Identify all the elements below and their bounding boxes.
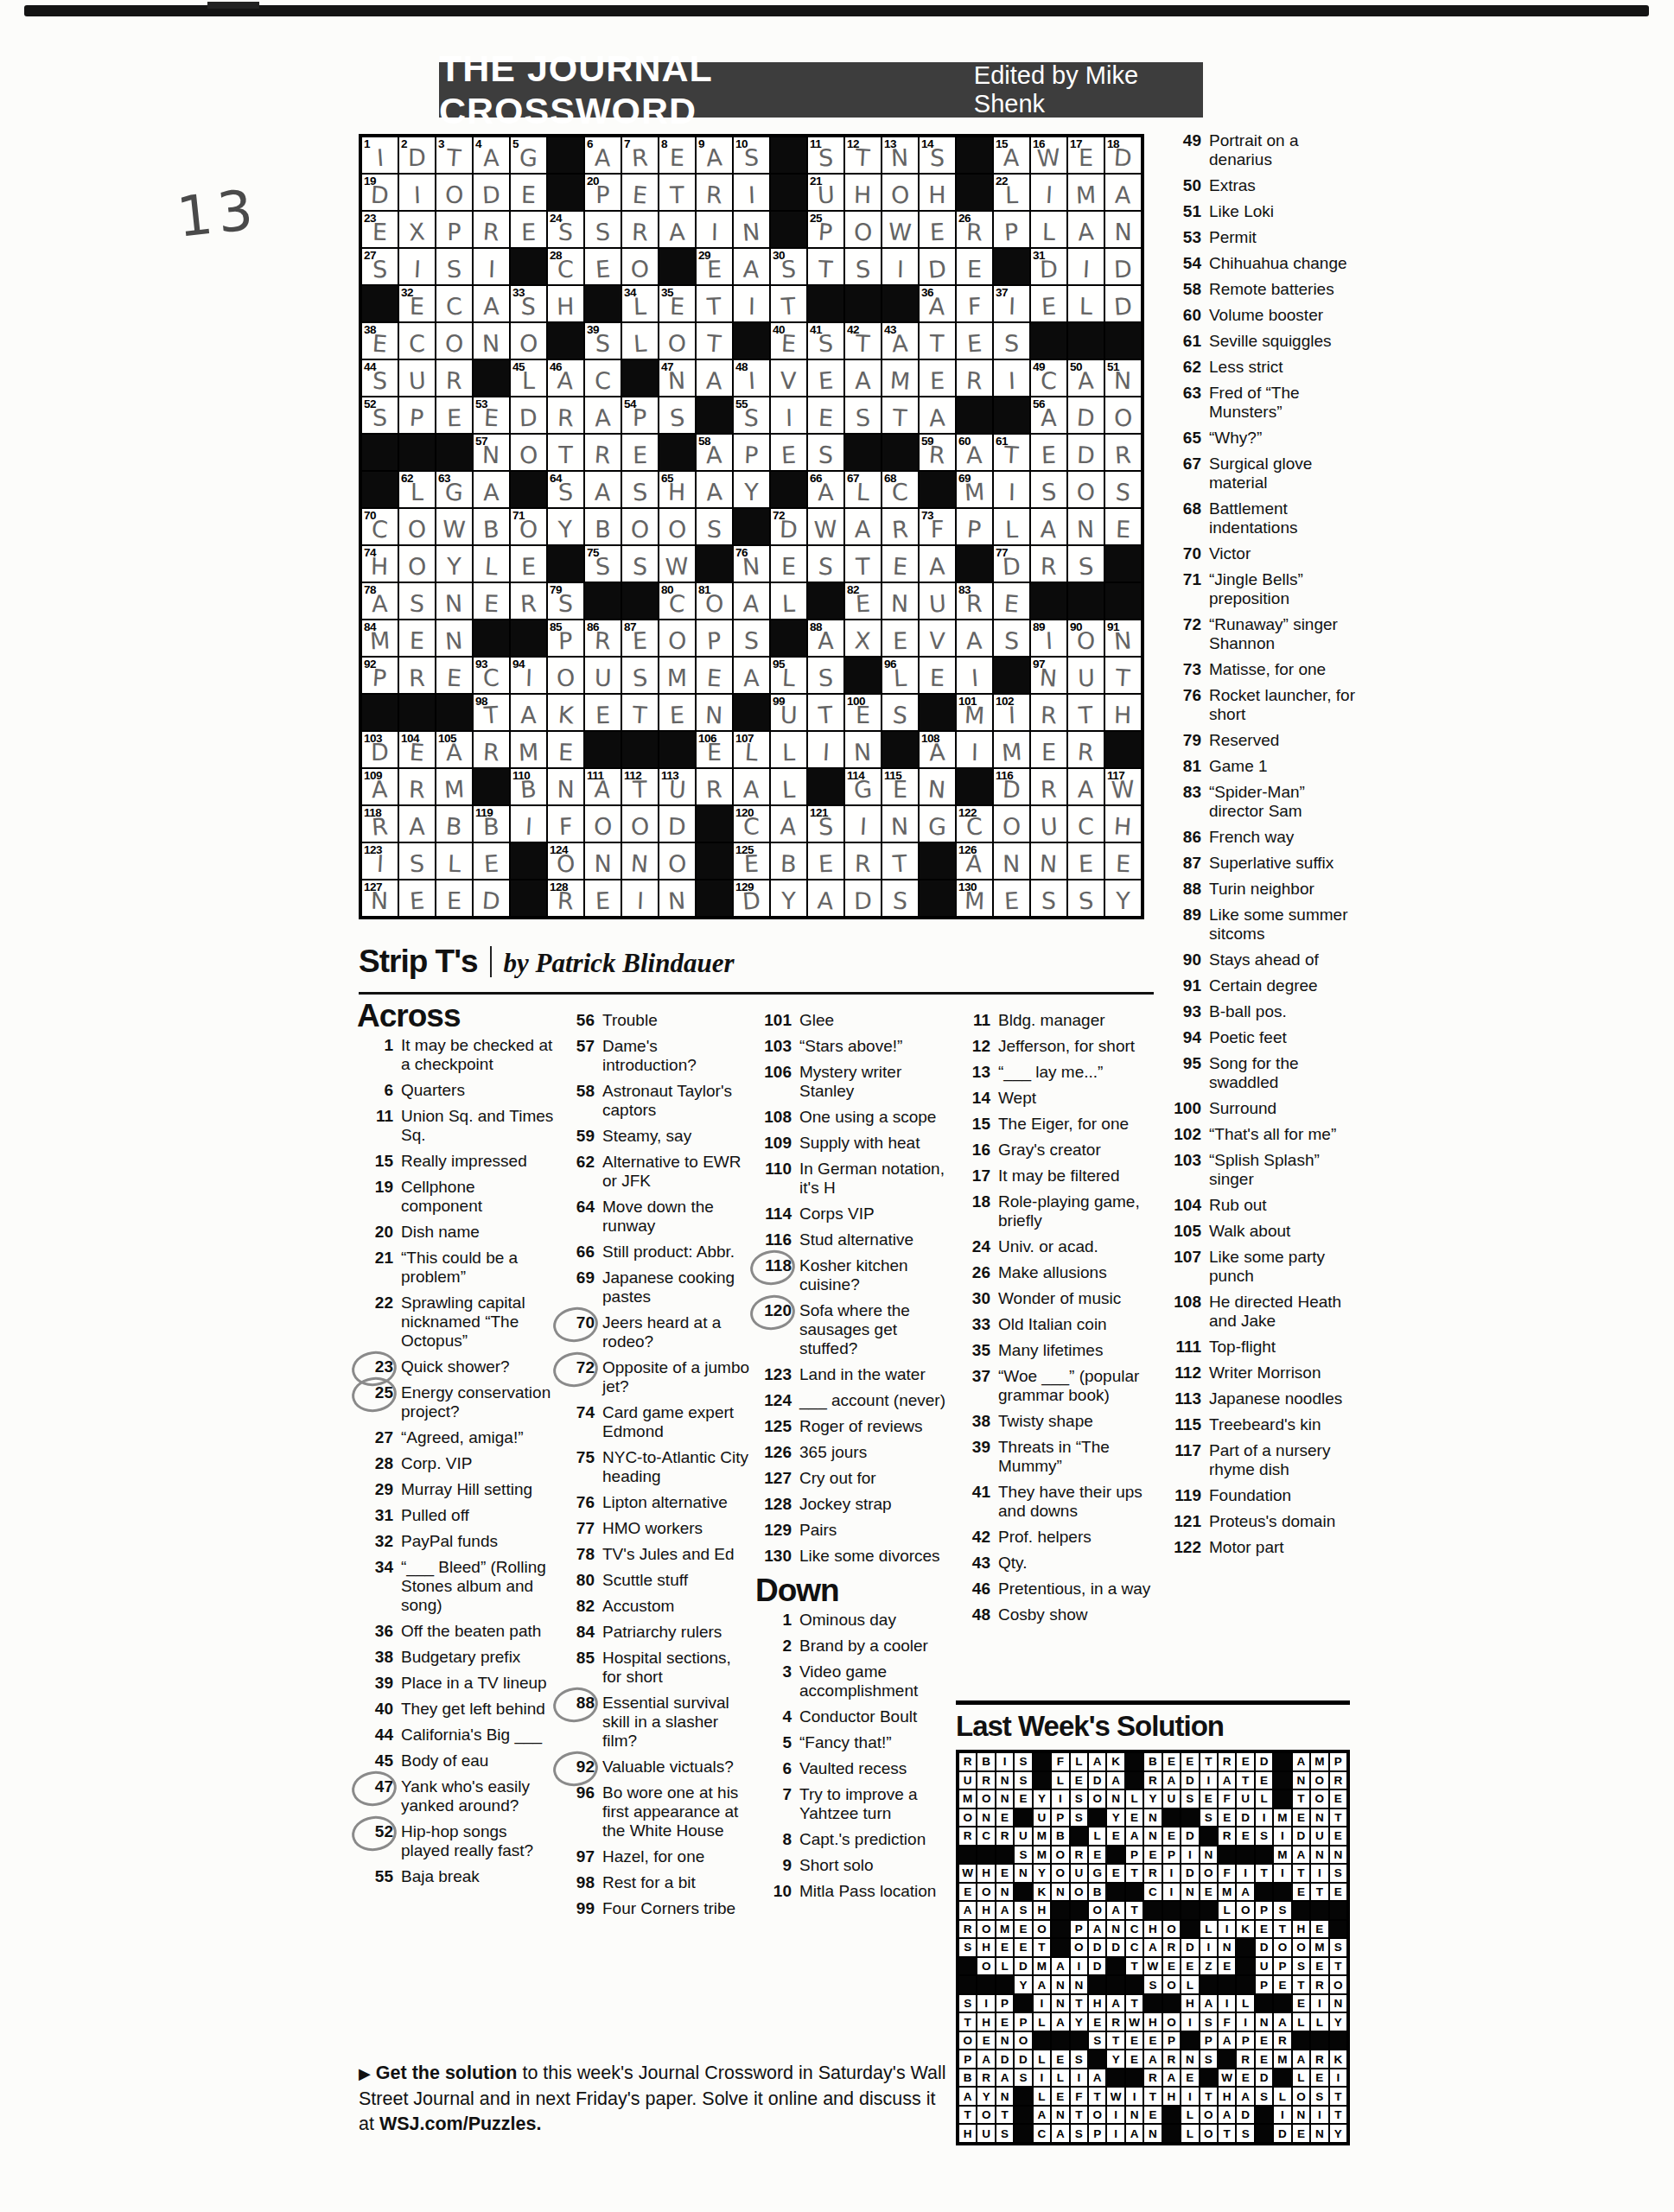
grid-cell[interactable]: 37I — [993, 285, 1030, 322]
grid-cell[interactable]: 14S — [919, 137, 956, 174]
grid-cell[interactable]: H — [1104, 694, 1142, 731]
grid-cell[interactable]: A — [919, 397, 956, 434]
grid-cell[interactable]: O — [621, 805, 659, 842]
grid-cell[interactable]: O — [621, 248, 659, 285]
grid-cell[interactable]: L — [993, 508, 1030, 545]
grid-cell[interactable]: 12T — [844, 137, 882, 174]
grid-cell[interactable]: 69M — [956, 471, 993, 508]
grid-cell[interactable]: E — [882, 620, 919, 657]
grid-cell[interactable]: S — [993, 322, 1030, 359]
grid-cell[interactable]: R — [696, 768, 733, 805]
grid-cell[interactable]: E — [473, 582, 510, 620]
grid-cell[interactable]: U — [919, 582, 956, 620]
grid-cell[interactable]: H — [547, 285, 584, 322]
grid-cell[interactable]: E — [436, 657, 473, 694]
grid-cell[interactable]: 98T — [473, 694, 510, 731]
grid-cell[interactable]: R — [436, 359, 473, 397]
grid-cell[interactable]: 130M — [956, 880, 993, 917]
footer-link[interactable]: WSJ.com/Puzzles. — [379, 2113, 542, 2134]
grid-cell[interactable]: R — [584, 434, 621, 471]
grid-cell[interactable]: 77D — [993, 545, 1030, 582]
grid-cell[interactable]: R — [696, 174, 733, 211]
grid-cell[interactable]: 81O — [696, 582, 733, 620]
grid-cell[interactable]: S — [398, 842, 436, 880]
grid-cell[interactable]: 63G — [436, 471, 473, 508]
grid-cell[interactable]: R — [398, 768, 436, 805]
grid-cell[interactable]: A — [696, 471, 733, 508]
grid-cell[interactable]: O — [436, 174, 473, 211]
grid-cell[interactable]: 75S — [584, 545, 621, 582]
grid-cell[interactable]: A — [473, 471, 510, 508]
grid-cell[interactable]: 33S — [510, 285, 547, 322]
grid-cell[interactable]: E — [807, 842, 844, 880]
grid-cell[interactable]: M — [510, 731, 547, 768]
grid-cell[interactable]: 76N — [733, 545, 770, 582]
grid-cell[interactable]: O — [510, 322, 547, 359]
grid-cell[interactable]: 58A — [696, 434, 733, 471]
grid-cell[interactable]: E — [1067, 842, 1104, 880]
grid-cell[interactable]: 55S — [733, 397, 770, 434]
grid-cell[interactable]: O — [1104, 397, 1142, 434]
grid-cell[interactable]: A — [844, 359, 882, 397]
grid-cell[interactable]: U — [1030, 805, 1067, 842]
grid-cell[interactable]: T — [919, 322, 956, 359]
grid-cell[interactable]: 123I — [361, 842, 398, 880]
grid-cell[interactable]: 83R — [956, 582, 993, 620]
grid-cell[interactable]: O — [882, 174, 919, 211]
grid-cell[interactable]: 43A — [882, 322, 919, 359]
grid-cell[interactable]: O — [1067, 471, 1104, 508]
grid-cell[interactable]: O — [398, 545, 436, 582]
grid-cell[interactable]: 9A — [696, 137, 733, 174]
grid-cell[interactable]: 121S — [807, 805, 844, 842]
grid-cell[interactable]: E — [510, 174, 547, 211]
grid-cell[interactable]: O — [659, 620, 696, 657]
grid-cell[interactable]: A — [1067, 768, 1104, 805]
grid-cell[interactable]: 82E — [844, 582, 882, 620]
grid-cell[interactable]: 91N — [1104, 620, 1142, 657]
grid-cell[interactable]: 74H — [361, 545, 398, 582]
grid-cell[interactable]: H — [1104, 805, 1142, 842]
grid-cell[interactable]: N — [436, 620, 473, 657]
grid-cell[interactable]: 86R — [584, 620, 621, 657]
grid-cell[interactable]: T — [621, 694, 659, 731]
grid-cell[interactable]: 84M — [361, 620, 398, 657]
grid-cell[interactable]: I — [993, 471, 1030, 508]
grid-cell[interactable]: E — [473, 842, 510, 880]
grid-cell[interactable]: S — [844, 248, 882, 285]
grid-cell[interactable]: C — [398, 322, 436, 359]
grid-cell[interactable]: D — [473, 174, 510, 211]
grid-cell[interactable]: N — [1104, 211, 1142, 248]
grid-cell[interactable]: E — [882, 545, 919, 582]
grid-cell[interactable]: 15A — [993, 137, 1030, 174]
grid-cell[interactable]: 7R — [621, 137, 659, 174]
grid-cell[interactable]: 8E — [659, 137, 696, 174]
grid-cell[interactable]: D — [1067, 434, 1104, 471]
grid-cell[interactable]: P — [436, 211, 473, 248]
grid-cell[interactable]: A — [733, 582, 770, 620]
grid-cell[interactable]: B — [584, 508, 621, 545]
grid-cell[interactable]: 92P — [361, 657, 398, 694]
grid-cell[interactable]: G — [919, 805, 956, 842]
grid-cell[interactable]: R — [882, 508, 919, 545]
grid-cell[interactable]: 13N — [882, 137, 919, 174]
grid-cell[interactable]: 51N — [1104, 359, 1142, 397]
grid-cell[interactable]: O — [659, 508, 696, 545]
grid-cell[interactable]: 93C — [473, 657, 510, 694]
grid-cell[interactable]: S — [993, 620, 1030, 657]
grid-cell[interactable]: R — [473, 731, 510, 768]
grid-cell[interactable]: W — [436, 508, 473, 545]
grid-cell[interactable]: S — [882, 694, 919, 731]
grid-cell[interactable]: S — [1104, 471, 1142, 508]
grid-cell[interactable]: W — [882, 211, 919, 248]
grid-cell[interactable]: 71O — [510, 508, 547, 545]
grid-cell[interactable]: S — [659, 397, 696, 434]
grid-cell[interactable]: E — [807, 359, 844, 397]
grid-cell[interactable]: I — [733, 285, 770, 322]
grid-cell[interactable]: C — [436, 285, 473, 322]
grid-cell[interactable]: 97N — [1030, 657, 1067, 694]
grid-cell[interactable]: 46A — [547, 359, 584, 397]
grid-cell[interactable]: S — [1067, 545, 1104, 582]
grid-cell[interactable]: 57N — [473, 434, 510, 471]
grid-cell[interactable]: T — [882, 397, 919, 434]
grid-cell[interactable]: 21U — [807, 174, 844, 211]
grid-cell[interactable]: B — [436, 805, 473, 842]
grid-cell[interactable]: 45L — [510, 359, 547, 397]
grid-cell[interactable]: H — [919, 174, 956, 211]
grid-cell[interactable]: 128R — [547, 880, 584, 917]
grid-cell[interactable]: 3T — [436, 137, 473, 174]
grid-cell[interactable]: 108A — [919, 731, 956, 768]
grid-cell[interactable]: B — [473, 508, 510, 545]
grid-cell[interactable]: 50A — [1067, 359, 1104, 397]
grid-cell[interactable]: E — [1030, 731, 1067, 768]
grid-cell[interactable]: E — [1030, 434, 1067, 471]
grid-cell[interactable]: 28C — [547, 248, 584, 285]
grid-cell[interactable]: O — [621, 508, 659, 545]
grid-cell[interactable]: E — [510, 211, 547, 248]
grid-cell[interactable]: P — [696, 620, 733, 657]
grid-cell[interactable]: 99U — [770, 694, 807, 731]
grid-cell[interactable]: I — [844, 805, 882, 842]
grid-cell[interactable]: 129D — [733, 880, 770, 917]
grid-cell[interactable]: I — [882, 248, 919, 285]
grid-cell[interactable]: L — [621, 322, 659, 359]
grid-cell[interactable]: V — [770, 359, 807, 397]
grid-cell[interactable]: E — [584, 694, 621, 731]
grid-cell[interactable]: S — [621, 657, 659, 694]
grid-cell[interactable]: O — [510, 434, 547, 471]
grid-cell[interactable]: D — [1067, 397, 1104, 434]
grid-cell[interactable]: 115E — [882, 768, 919, 805]
grid-cell[interactable]: T — [1104, 657, 1142, 694]
grid-cell[interactable]: 61T — [993, 434, 1030, 471]
grid-cell[interactable]: A — [919, 545, 956, 582]
grid-cell[interactable]: U — [584, 657, 621, 694]
grid-cell[interactable]: 1I — [361, 137, 398, 174]
grid-cell[interactable]: 67L — [844, 471, 882, 508]
grid-cell[interactable]: A — [584, 397, 621, 434]
grid-cell[interactable]: X — [398, 211, 436, 248]
grid-cell[interactable]: A — [584, 471, 621, 508]
grid-cell[interactable]: M — [1067, 174, 1104, 211]
grid-cell[interactable]: 22L — [993, 174, 1030, 211]
grid-cell[interactable]: F — [956, 285, 993, 322]
grid-cell[interactable]: N — [993, 842, 1030, 880]
grid-cell[interactable]: T — [696, 322, 733, 359]
grid-cell[interactable]: T — [807, 694, 844, 731]
grid-cell[interactable]: 16W — [1030, 137, 1067, 174]
grid-cell[interactable]: R — [510, 582, 547, 620]
grid-cell[interactable]: 5G — [510, 137, 547, 174]
grid-cell[interactable]: 127N — [361, 880, 398, 917]
grid-cell[interactable]: O — [659, 842, 696, 880]
grid-cell[interactable]: 24S — [547, 211, 584, 248]
grid-cell[interactable]: E — [993, 880, 1030, 917]
grid-cell[interactable]: P — [733, 434, 770, 471]
grid-cell[interactable]: 30S — [770, 248, 807, 285]
grid-cell[interactable]: W — [807, 508, 844, 545]
grid-cell[interactable]: E — [436, 880, 473, 917]
grid-cell[interactable]: M — [659, 657, 696, 694]
grid-cell[interactable]: M — [993, 731, 1030, 768]
grid-cell[interactable]: O — [584, 805, 621, 842]
grid-cell[interactable]: L — [1030, 211, 1067, 248]
grid-cell[interactable]: S — [584, 211, 621, 248]
grid-cell[interactable]: R — [844, 842, 882, 880]
grid-cell[interactable]: I — [696, 211, 733, 248]
grid-cell[interactable]: L — [473, 545, 510, 582]
grid-cell[interactable]: N — [547, 768, 584, 805]
grid-cell[interactable]: T — [770, 285, 807, 322]
grid-cell[interactable]: I — [510, 805, 547, 842]
grid-cell[interactable]: S — [696, 508, 733, 545]
grid-cell[interactable]: 89I — [1030, 620, 1067, 657]
grid-cell[interactable]: 23E — [361, 211, 398, 248]
grid-cell[interactable]: 90O — [1067, 620, 1104, 657]
grid-cell[interactable]: 114G — [844, 768, 882, 805]
grid-cell[interactable]: 11S — [807, 137, 844, 174]
grid-cell[interactable]: N — [621, 842, 659, 880]
grid-cell[interactable]: I — [770, 397, 807, 434]
grid-cell[interactable]: I — [398, 174, 436, 211]
grid-cell[interactable]: 94I — [510, 657, 547, 694]
grid-cell[interactable]: 105A — [436, 731, 473, 768]
grid-cell[interactable]: E — [770, 434, 807, 471]
grid-cell[interactable]: E — [398, 620, 436, 657]
grid-cell[interactable]: 47N — [659, 359, 696, 397]
grid-cell[interactable]: Y — [733, 471, 770, 508]
grid-cell[interactable]: 39S — [584, 322, 621, 359]
grid-cell[interactable]: 56A — [1030, 397, 1067, 434]
grid-cell[interactable]: 64S — [547, 471, 584, 508]
grid-cell[interactable]: R — [1030, 768, 1067, 805]
grid-cell[interactable]: O — [547, 657, 584, 694]
grid-cell[interactable]: S — [844, 397, 882, 434]
grid-cell[interactable]: 49C — [1030, 359, 1067, 397]
grid-cell[interactable]: A — [733, 768, 770, 805]
grid-cell[interactable]: I — [807, 731, 844, 768]
grid-cell[interactable]: E — [770, 545, 807, 582]
grid-cell[interactable]: D — [659, 805, 696, 842]
grid-cell[interactable]: N — [733, 211, 770, 248]
grid-cell[interactable]: 103D — [361, 731, 398, 768]
grid-cell[interactable]: L — [1067, 285, 1104, 322]
grid-cell[interactable]: K — [547, 694, 584, 731]
grid-cell[interactable]: 88A — [807, 620, 844, 657]
grid-cell[interactable]: 19D — [361, 174, 398, 211]
grid-cell[interactable]: 20P — [584, 174, 621, 211]
grid-cell[interactable]: C — [584, 359, 621, 397]
grid-cell[interactable]: E — [919, 211, 956, 248]
grid-cell[interactable]: 25P — [807, 211, 844, 248]
grid-cell[interactable]: D — [1104, 248, 1142, 285]
grid-cell[interactable]: H — [844, 174, 882, 211]
grid-cell[interactable]: 65H — [659, 471, 696, 508]
grid-cell[interactable]: D — [1104, 285, 1142, 322]
grid-cell[interactable]: 72D — [770, 508, 807, 545]
grid-cell[interactable]: A — [844, 508, 882, 545]
grid-cell[interactable]: T — [659, 174, 696, 211]
grid-cell[interactable]: 85P — [547, 620, 584, 657]
grid-cell[interactable]: N — [659, 880, 696, 917]
grid-cell[interactable]: A — [733, 248, 770, 285]
grid-cell[interactable]: O — [659, 322, 696, 359]
grid-cell[interactable]: 100E — [844, 694, 882, 731]
grid-cell[interactable]: 17E — [1067, 137, 1104, 174]
grid-cell[interactable]: I — [398, 248, 436, 285]
grid-cell[interactable]: I — [621, 880, 659, 917]
grid-cell[interactable]: E — [436, 397, 473, 434]
grid-cell[interactable]: 116D — [993, 768, 1030, 805]
grid-cell[interactable]: 78A — [361, 582, 398, 620]
grid-cell[interactable]: A — [956, 620, 993, 657]
grid-cell[interactable]: 40E — [770, 322, 807, 359]
grid-cell[interactable]: E — [510, 545, 547, 582]
grid-cell[interactable]: 95L — [770, 657, 807, 694]
grid-cell[interactable]: U — [398, 359, 436, 397]
grid-cell[interactable]: R — [956, 359, 993, 397]
grid-cell[interactable]: 36A — [919, 285, 956, 322]
grid-cell[interactable]: F — [547, 805, 584, 842]
grid-cell[interactable]: S — [807, 434, 844, 471]
grid-cell[interactable]: 107L — [733, 731, 770, 768]
grid-cell[interactable]: N — [584, 842, 621, 880]
grid-cell[interactable]: R — [1030, 694, 1067, 731]
grid-cell[interactable]: 2D — [398, 137, 436, 174]
grid-cell[interactable]: 18D — [1104, 137, 1142, 174]
grid-cell[interactable]: 113U — [659, 768, 696, 805]
grid-cell[interactable]: T — [696, 285, 733, 322]
grid-cell[interactable]: 118R — [361, 805, 398, 842]
grid-cell[interactable]: 122C — [956, 805, 993, 842]
grid-cell[interactable]: A — [770, 805, 807, 842]
grid-cell[interactable]: M — [882, 359, 919, 397]
grid-cell[interactable]: S — [621, 545, 659, 582]
grid-cell[interactable]: I — [1067, 248, 1104, 285]
grid-cell[interactable]: N — [882, 805, 919, 842]
grid-cell[interactable]: S — [882, 880, 919, 917]
grid-cell[interactable]: N — [1067, 508, 1104, 545]
grid-cell[interactable]: S — [436, 248, 473, 285]
grid-cell[interactable]: R — [547, 397, 584, 434]
grid-cell[interactable]: 70C — [361, 508, 398, 545]
grid-cell[interactable]: N — [882, 582, 919, 620]
grid-cell[interactable]: 66A — [807, 471, 844, 508]
grid-cell[interactable]: S — [807, 545, 844, 582]
grid-cell[interactable]: A — [659, 211, 696, 248]
grid-cell[interactable]: I — [956, 731, 993, 768]
grid-cell[interactable]: 38E — [361, 322, 398, 359]
grid-cell[interactable]: B — [770, 842, 807, 880]
grid-cell[interactable]: N — [919, 768, 956, 805]
grid-cell[interactable]: A — [1067, 211, 1104, 248]
grid-cell[interactable]: D — [844, 880, 882, 917]
grid-cell[interactable]: O — [398, 508, 436, 545]
grid-cell[interactable]: A — [1104, 174, 1142, 211]
grid-cell[interactable]: 125E — [733, 842, 770, 880]
grid-cell[interactable]: E — [696, 657, 733, 694]
grid-cell[interactable]: I — [473, 248, 510, 285]
grid-cell[interactable]: E — [584, 880, 621, 917]
grid-cell[interactable]: E — [621, 434, 659, 471]
grid-cell[interactable]: 106E — [696, 731, 733, 768]
grid-cell[interactable]: E — [956, 248, 993, 285]
grid-cell[interactable]: 80C — [659, 582, 696, 620]
grid-cell[interactable]: E — [621, 174, 659, 211]
grid-cell[interactable]: 111A — [584, 768, 621, 805]
grid-cell[interactable]: 48I — [733, 359, 770, 397]
grid-cell[interactable]: Y — [547, 508, 584, 545]
grid-cell[interactable]: Y — [436, 545, 473, 582]
grid-cell[interactable]: 35E — [659, 285, 696, 322]
grid-cell[interactable]: 4A — [473, 137, 510, 174]
grid-cell[interactable]: E — [993, 582, 1030, 620]
grid-cell[interactable]: D — [473, 880, 510, 917]
grid-cell[interactable]: 59R — [919, 434, 956, 471]
grid-cell[interactable]: N — [473, 322, 510, 359]
grid-cell[interactable]: A — [510, 694, 547, 731]
grid-cell[interactable]: 102I — [993, 694, 1030, 731]
grid-cell[interactable]: 26R — [956, 211, 993, 248]
grid-cell[interactable]: 52S — [361, 397, 398, 434]
grid-cell[interactable]: 27S — [361, 248, 398, 285]
grid-cell[interactable]: E — [398, 880, 436, 917]
grid-cell[interactable]: A — [733, 657, 770, 694]
grid-cell[interactable]: D — [510, 397, 547, 434]
grid-cell[interactable]: N — [436, 582, 473, 620]
grid-cell[interactable]: L — [770, 731, 807, 768]
grid-cell[interactable]: E — [659, 694, 696, 731]
grid-cell[interactable]: E — [919, 359, 956, 397]
grid-cell[interactable]: E — [1104, 842, 1142, 880]
grid-cell[interactable]: A — [473, 285, 510, 322]
grid-cell[interactable]: L — [770, 582, 807, 620]
grid-cell[interactable]: P — [956, 508, 993, 545]
grid-cell[interactable]: T — [882, 842, 919, 880]
grid-cell[interactable]: E — [547, 731, 584, 768]
grid-cell[interactable]: S — [1030, 880, 1067, 917]
grid-cell[interactable]: L — [436, 842, 473, 880]
grid-cell[interactable]: V — [919, 620, 956, 657]
grid-cell[interactable]: A — [696, 359, 733, 397]
grid-cell[interactable]: O — [993, 805, 1030, 842]
grid-cell[interactable]: Y — [1104, 880, 1142, 917]
grid-cell[interactable]: 34L — [621, 285, 659, 322]
